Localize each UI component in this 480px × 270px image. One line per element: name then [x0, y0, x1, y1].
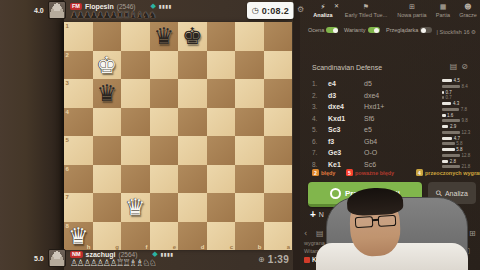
square-a3[interactable]	[264, 79, 293, 108]
piece-bQ-g3[interactable]: ♛	[93, 79, 122, 108]
toggle-przeglądarka[interactable]: Przeglądarka	[386, 27, 432, 33]
rank-label: 5	[66, 137, 69, 143]
move-times: 4.37.8	[442, 101, 476, 113]
badge-label: przeoczonych wygranych	[425, 170, 480, 176]
black-move[interactable]: Hxd1+	[364, 103, 384, 110]
book-icon[interactable]: ▤	[450, 62, 462, 71]
square-c6[interactable]	[207, 165, 236, 194]
square-a2[interactable]	[264, 51, 293, 80]
expand-icon[interactable]: ⊞	[469, 229, 476, 238]
status-line: Witamy w T	[304, 248, 333, 254]
move-number: 8.	[312, 161, 317, 168]
black-move[interactable]: Gb4	[364, 138, 377, 145]
captured-pieces-top: ♟♟♟♟♟♟♟♜♜♝♝♞♞	[70, 10, 155, 21]
title-badge: FM	[70, 3, 82, 10]
move-forward-icon[interactable]: ›	[432, 229, 435, 238]
badge-label: błędy	[321, 170, 335, 176]
white-move[interactable]: Ke1	[328, 161, 341, 168]
game-review-button[interactable]: Przegląd partii	[308, 182, 422, 207]
rewind-button[interactable]: ↺ Reward	[396, 209, 429, 217]
rank-label: 6	[66, 166, 69, 172]
square-f1[interactable]	[121, 22, 150, 51]
status-line-koniec: KONIEC	[304, 256, 337, 263]
rank-label: 7	[66, 194, 69, 200]
avatar[interactable]	[48, 249, 66, 267]
move-times: 0.70.7	[442, 90, 476, 102]
square-g1[interactable]	[93, 22, 122, 51]
clock-top: ◷ 0:08.2	[247, 2, 294, 19]
square-g3[interactable]: ♛	[93, 79, 122, 108]
square-h5[interactable]: 5	[64, 136, 93, 165]
chess-stream-app: 4.0 FM Flopesin (2546) ◆ ▮▮▮▮ ♟♟♟♟♟♟♟♜♜♝…	[0, 0, 480, 270]
panel-icon[interactable]: ▣	[328, 229, 336, 238]
rank-label: 2	[66, 52, 69, 58]
engine-settings-gear-icon: ⚙	[471, 29, 476, 35]
badge-count: 5	[346, 169, 353, 176]
add-time-icon[interactable]: ⊕	[258, 255, 265, 264]
white-move[interactable]: dxe4	[328, 103, 344, 110]
square-e5[interactable]	[150, 136, 179, 165]
top-player-bar: 4.0 FM Flopesin (2546) ◆ ▮▮▮▮ ♟♟♟♟♟♟♟♜♜♝…	[30, 0, 298, 22]
people-icon: ☻	[456, 3, 480, 12]
square-d3[interactable]	[178, 79, 207, 108]
square-c5[interactable]	[207, 136, 236, 165]
square-e6[interactable]	[150, 165, 179, 194]
captured-pieces-bottom: ♙♙♙♙♙♙♙♖♖♗♗♘♘	[70, 258, 155, 269]
black-move[interactable]: Sf6	[364, 115, 375, 122]
analysis-sidebar: ⚙ ⚡Analiza⚑Early Titled Tue...⊞Nowa part…	[300, 0, 480, 270]
title-badge: NM	[70, 251, 83, 258]
square-f8[interactable]: f	[121, 222, 150, 251]
move-number: 4.	[312, 115, 317, 122]
white-move[interactable]: e4	[328, 80, 336, 87]
clock-bottom: ⊕ 1:39	[253, 251, 294, 268]
country-flag-icon	[140, 251, 149, 257]
square-h4[interactable]: 4	[64, 108, 93, 137]
badge-count: 2	[312, 169, 319, 176]
badge-przeoczonych-wygranych[interactable]: 4przeoczonych wygranych	[416, 169, 480, 176]
analysis-button[interactable]: ⚲ Analiza	[428, 182, 476, 204]
reset-icon[interactable]: ↻	[457, 229, 464, 238]
plus-icon: ⊞	[394, 3, 430, 12]
move-number: 2.	[312, 92, 317, 99]
board-icon: ▦	[430, 3, 456, 12]
white-move[interactable]: Kxd1	[328, 115, 345, 122]
black-move[interactable]: dxe4	[364, 92, 379, 99]
square-e4[interactable]	[150, 108, 179, 137]
status-line: wygrana +4	[304, 240, 333, 246]
magnifier-icon: ⚲	[434, 188, 445, 199]
tab-gracze[interactable]: ☻Gracze	[456, 3, 480, 19]
square-e2[interactable]	[150, 51, 179, 80]
square-h8[interactable]: 8h♛	[64, 222, 93, 251]
move-times: 5.812.8	[442, 147, 476, 159]
player-rating: (2546)	[117, 3, 136, 10]
piece-wQ-f7[interactable]: ♛	[121, 193, 150, 222]
square-d6[interactable]	[178, 165, 207, 194]
white-move[interactable]: d3	[328, 92, 336, 99]
badge-count: 4	[416, 169, 423, 176]
square-h3[interactable]: 3	[64, 79, 93, 108]
square-h2[interactable]: 2	[64, 51, 93, 80]
badge-b-ędy[interactable]: 2błędy	[312, 169, 335, 176]
move-number: 1.	[312, 80, 317, 87]
board-edge-shadow	[293, 0, 300, 270]
trophy-icon: ⚑	[340, 3, 392, 12]
black-move[interactable]: Sc6	[364, 161, 376, 168]
black-move[interactable]: e5	[364, 126, 372, 133]
avatar[interactable]	[48, 1, 66, 19]
square-d5[interactable]	[178, 136, 207, 165]
country-flag-icon	[139, 3, 148, 9]
white-move[interactable]: Sc3	[328, 126, 340, 133]
square-d1[interactable]: ♚	[178, 22, 207, 51]
square-b2[interactable]	[235, 51, 264, 80]
piece-wK-g2[interactable]: ♚	[93, 51, 122, 80]
square-a6[interactable]	[264, 165, 293, 194]
plus-icon: +	[310, 209, 316, 220]
player-name[interactable]: Flopesin	[85, 3, 114, 10]
move-row: 4.Kxd1Sf61.69.8	[300, 113, 480, 125]
square-h6[interactable]: 6	[64, 165, 93, 194]
square-g4[interactable]	[93, 108, 122, 137]
move-times: 4.58.4	[442, 78, 476, 90]
square-e1[interactable]: ♛	[150, 22, 179, 51]
white-move[interactable]: Ge3	[328, 149, 341, 156]
move-times: 2.912.3	[442, 124, 476, 136]
square-g7[interactable]	[93, 193, 122, 222]
opening-name: Scandinavian Defense	[312, 64, 382, 71]
match-score-top: 4.0	[34, 7, 44, 14]
new-analysis-button[interactable]: + N	[310, 209, 324, 220]
bars-icon: ▮▮▮▮	[159, 3, 172, 9]
square-b7[interactable]	[235, 193, 264, 222]
square-c7[interactable]	[207, 193, 236, 222]
square-b5[interactable]	[235, 136, 264, 165]
badge-label: poważne błędy	[355, 170, 394, 176]
move-times: 4.75.8	[442, 136, 476, 148]
player-name[interactable]: szachugi	[86, 251, 116, 258]
move-end-icon[interactable]: ⇥	[444, 229, 451, 238]
share-icon[interactable]: ▤	[316, 229, 324, 238]
move-number: 7.	[312, 149, 317, 156]
square-b1[interactable]	[235, 22, 264, 51]
square-c3[interactable]	[207, 79, 236, 108]
square-f4[interactable]	[121, 108, 150, 137]
piece-wQ-h8[interactable]: ♛	[64, 222, 93, 251]
square-f6[interactable]	[121, 165, 150, 194]
square-g5[interactable]	[93, 136, 122, 165]
bars-icon: ▮▮▮▮	[161, 251, 174, 257]
move-row: 7.Ge3O-O5.812.8	[300, 147, 480, 159]
piece-bK-d1[interactable]: ♚	[178, 22, 207, 51]
square-h1[interactable]: 1	[64, 22, 93, 51]
square-c8[interactable]: c	[207, 222, 236, 251]
square-a7[interactable]	[264, 193, 293, 222]
review-badges: 2błędy5poważne błędy4przeoczonych wygran…	[300, 169, 480, 179]
toggle-ocena[interactable]: Ocena	[308, 27, 338, 33]
square-b6[interactable]	[235, 165, 264, 194]
move-list: 1.e4d54.58.42.d3dxe40.70.73.dxe4Hxd1+4.3…	[300, 78, 480, 170]
rank-label: 3	[66, 80, 69, 86]
chess-board: 1♛♚2♚3♛4567♛8h♛gfedcba	[64, 22, 292, 250]
move-number: 5.	[312, 126, 317, 133]
move-row: 5.Sc3e52.912.3	[300, 124, 480, 136]
move-row: 6.f3Gb44.75.8	[300, 136, 480, 148]
square-d2[interactable]	[178, 51, 207, 80]
square-e3[interactable]	[150, 79, 179, 108]
match-score-bottom: 5.0	[34, 255, 44, 262]
flip-board-icon[interactable]: ⊘	[461, 62, 472, 71]
move-number: 6.	[312, 138, 317, 145]
square-a1[interactable]	[264, 22, 293, 51]
square-d4[interactable]	[178, 108, 207, 137]
move-row: 2.d3dxe40.70.7	[300, 90, 480, 102]
tab-nowa-partia[interactable]: ⊞Nowa partia	[394, 3, 430, 19]
square-c1[interactable]	[207, 22, 236, 51]
wood-background	[0, 0, 64, 270]
square-f3[interactable]	[121, 79, 150, 108]
black-move[interactable]: O-O	[364, 149, 377, 156]
toggle-warianty[interactable]: Warianty	[344, 27, 380, 33]
square-a5[interactable]	[264, 136, 293, 165]
close-tab-icon[interactable]: ✕	[334, 2, 339, 9]
layout-icon[interactable]: ◫	[463, 247, 474, 255]
move-row: 1.e4d54.58.4	[300, 78, 480, 90]
white-move[interactable]: f3	[328, 138, 334, 145]
square-f5[interactable]	[121, 136, 150, 165]
piece-bQ-e1[interactable]: ♛	[150, 22, 179, 51]
membership-diamond-icon: ◆	[151, 3, 156, 9]
tab-partia[interactable]: ▦Partia	[430, 3, 456, 19]
square-h7[interactable]: 7	[64, 193, 93, 222]
clock-icon: ◷	[252, 6, 259, 15]
move-times: 1.69.8	[442, 113, 476, 125]
square-a4[interactable]	[264, 108, 293, 137]
square-b3[interactable]	[235, 79, 264, 108]
square-g6[interactable]	[93, 165, 122, 194]
player-rating: (2564)	[119, 251, 138, 258]
rewind-arrow-icon: ↺	[396, 209, 402, 217]
rank-label: 4	[66, 109, 69, 115]
square-f2[interactable]	[121, 51, 150, 80]
board-settings-gear-icon[interactable]: ⚙	[297, 5, 304, 14]
badge-poważne-b-ędy[interactable]: 5poważne błędy	[346, 169, 394, 176]
settings-icon[interactable]: ⚙	[453, 247, 463, 255]
engine-label[interactable]: | Stockfish 16 ⚙	[437, 29, 476, 35]
square-e8[interactable]: e	[150, 222, 179, 251]
move-row: 3.dxe4Hxd1+4.37.8	[300, 101, 480, 113]
red-badge-icon	[304, 257, 310, 263]
square-c4[interactable]	[207, 108, 236, 137]
bottom-player-bar: 5.0 NM szachugi (2564) ◆ ▮▮▮▮ ♙♙♙♙♙♙♙♖♖♗…	[30, 248, 298, 270]
square-f7[interactable]: ♛	[121, 193, 150, 222]
rank-label: 1	[66, 23, 69, 29]
membership-diamond-icon: ◆	[152, 251, 157, 257]
tab-early-titled-tue-[interactable]: ⚑Early Titled Tue...	[340, 3, 392, 19]
review-circle-icon	[330, 188, 341, 199]
square-e7[interactable]	[150, 193, 179, 222]
square-d8[interactable]: d	[178, 222, 207, 251]
black-move[interactable]: d5	[364, 80, 372, 87]
square-a8[interactable]: a	[264, 222, 293, 251]
square-b4[interactable]	[235, 108, 264, 137]
square-d7[interactable]	[178, 193, 207, 222]
square-b8[interactable]: b	[235, 222, 264, 251]
square-c2[interactable]	[207, 51, 236, 80]
square-g8[interactable]: g	[93, 222, 122, 251]
collapse-icon[interactable]: ‹	[304, 229, 307, 238]
square-g2[interactable]: ♚	[93, 51, 122, 80]
move-number: 3.	[312, 103, 317, 110]
move-back-icon[interactable]: ‹	[420, 229, 423, 238]
